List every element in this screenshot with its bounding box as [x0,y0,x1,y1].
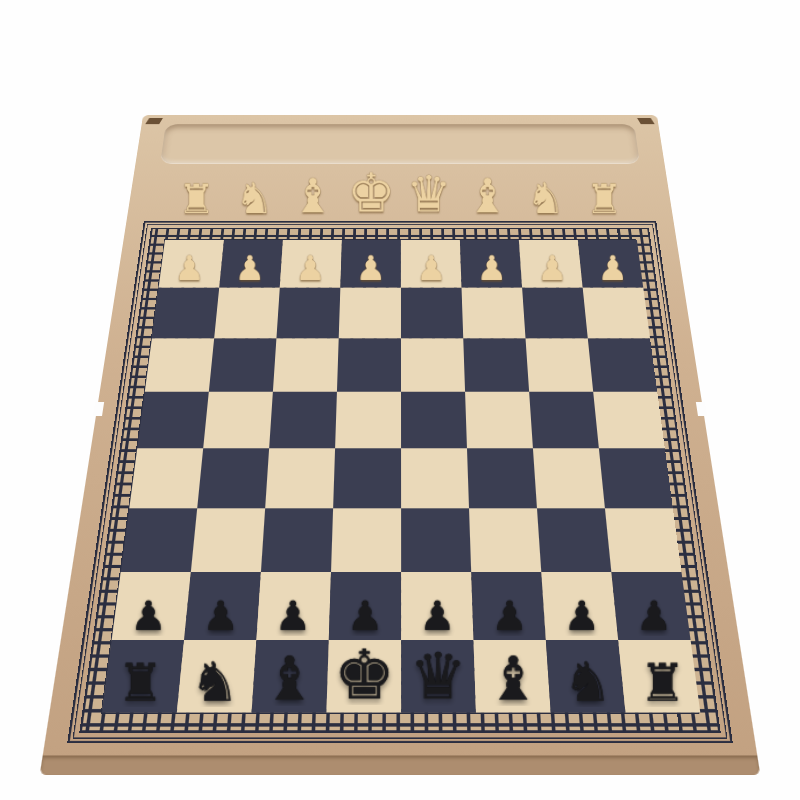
square-r3c6[interactable] [463,338,529,391]
margin-slot: ♞ [235,186,276,221]
chain-link-border: ♟♟♟♟♟♟♟♟♟♟♟♟♟♟♟♟♜♞♝♚♛♝♞♜ [79,228,720,733]
black-pawn[interactable]: ♟ [202,596,238,640]
piece-tray [160,124,640,163]
square-r6c3[interactable] [261,508,333,572]
square-r6c8[interactable] [605,508,682,572]
margin-slot: ♞ [524,186,565,221]
black-rook[interactable]: ♜ [117,657,164,713]
panel-corner-notch-left [145,118,163,124]
black-knight[interactable]: ♞ [563,654,612,712]
square-r4c2[interactable] [203,392,273,449]
square-r4c6[interactable] [465,392,533,449]
square-r7c6[interactable]: ♟ [471,572,546,640]
square-r2c6[interactable] [462,288,526,339]
panel-corner-notch-right [637,118,655,124]
photo-background: ♜♞♝♚♛♝♞♜ ♟♟♟♟♟♟♟♟♟♟♟♟♟♟♟♟♜♞♝♚♛♝♞♜ [0,0,800,800]
offboard-white-back-rank: ♜♞♝♚♛♝♞♜ [167,163,634,221]
square-r7c5[interactable]: ♟ [401,572,473,640]
black-rook[interactable]: ♜ [639,657,686,713]
square-r3c2[interactable] [209,338,277,391]
square-r1c3[interactable]: ♟ [280,240,342,288]
square-r3c1[interactable] [145,338,214,391]
square-r8c1[interactable]: ♜ [102,640,184,712]
margin-slot: ♝ [291,183,335,221]
square-r1c1[interactable]: ♟ [159,240,224,288]
square-r3c8[interactable] [588,338,657,391]
black-knight[interactable]: ♞ [190,654,239,712]
square-r8c2[interactable]: ♞ [177,640,257,712]
board-outer-pinstripe: ♟♟♟♟♟♟♟♟♟♟♟♟♟♟♟♟♜♞♝♚♛♝♞♜ [67,221,733,743]
white-pawn[interactable]: ♟ [476,252,507,289]
black-king[interactable]: ♚ [333,640,395,712]
square-r7c2[interactable]: ♟ [184,572,261,640]
square-r8c3[interactable]: ♝ [252,640,329,712]
white-knight[interactable]: ♞ [235,177,273,222]
white-king[interactable]: ♚ [347,166,395,222]
square-r2c7[interactable] [522,288,588,339]
margin-slot: ♛ [407,181,452,221]
margin-slot: ♜ [177,188,217,222]
white-pawn[interactable]: ♟ [416,252,447,289]
white-rook[interactable]: ♜ [178,178,215,222]
fold-notch-left [93,402,104,416]
square-r3c3[interactable] [273,338,339,391]
wooden-panel: ♜♞♝♚♛♝♞♜ ♟♟♟♟♟♟♟♟♟♟♟♟♟♟♟♟♜♞♝♚♛♝♞♜ [40,115,761,775]
square-r5c3[interactable] [265,448,335,508]
black-pawn[interactable]: ♟ [275,596,311,640]
white-pawn[interactable]: ♟ [234,252,265,289]
square-r4c3[interactable] [269,392,337,449]
square-r8c4[interactable]: ♚ [326,640,401,712]
black-bishop[interactable]: ♝ [486,648,540,712]
panel-bottom-edge [40,755,761,775]
black-pawn[interactable]: ♟ [491,596,527,640]
white-bishop[interactable]: ♝ [466,172,508,222]
square-r5c8[interactable] [599,448,673,508]
square-r5c5[interactable] [401,448,469,508]
square-r5c6[interactable] [467,448,537,508]
square-r1c5[interactable]: ♟ [401,240,462,288]
square-r6c6[interactable] [469,508,541,572]
margin-slot: ♜ [582,188,622,222]
square-r4c7[interactable] [529,392,599,449]
square-r4c8[interactable] [593,392,665,449]
square-r5c2[interactable] [197,448,269,508]
board-inner-pinstripe: ♟♟♟♟♟♟♟♟♟♟♟♟♟♟♟♟♜♞♝♚♛♝♞♜ [73,224,728,739]
square-r3c5[interactable] [401,338,465,391]
square-r5c7[interactable] [533,448,605,508]
white-queen[interactable]: ♛ [407,170,452,223]
square-r8c5[interactable]: ♛ [401,640,476,712]
square-r2c4[interactable] [339,288,401,339]
white-rook[interactable]: ♜ [585,178,622,222]
square-r6c7[interactable] [537,508,611,572]
white-bishop[interactable]: ♝ [291,172,333,222]
black-queen[interactable]: ♛ [410,645,467,713]
white-pawn[interactable]: ♟ [597,252,628,289]
square-r2c8[interactable] [583,288,650,339]
chessboard: ♟♟♟♟♟♟♟♟♟♟♟♟♟♟♟♟♜♞♝♚♛♝♞♜ [101,239,700,714]
square-r2c1[interactable] [152,288,219,339]
square-r7c1[interactable]: ♟ [112,572,191,640]
square-r5c4[interactable] [333,448,401,508]
square-r2c2[interactable] [214,288,280,339]
white-pawn[interactable]: ♟ [174,252,205,289]
margin-slot: ♝ [465,183,509,221]
black-pawn[interactable]: ♟ [130,596,166,640]
square-r6c4[interactable] [331,508,401,572]
square-r8c7[interactable]: ♞ [546,640,626,712]
black-pawn[interactable]: ♟ [563,596,599,640]
square-r7c7[interactable]: ♟ [541,572,618,640]
square-r4c4[interactable] [335,392,401,449]
black-pawn[interactable]: ♟ [419,596,455,640]
square-r1c7[interactable]: ♟ [519,240,583,288]
square-r5c1[interactable] [129,448,203,508]
white-pawn[interactable]: ♟ [537,252,568,289]
white-pawn[interactable]: ♟ [295,252,326,289]
square-r6c1[interactable] [121,508,197,572]
square-r7c8[interactable]: ♟ [611,572,690,640]
square-r3c7[interactable] [526,338,594,391]
white-pawn[interactable]: ♟ [355,252,386,289]
margin-slot: ♚ [347,178,395,221]
square-r1c4[interactable]: ♟ [340,240,401,288]
black-pawn[interactable]: ♟ [636,596,672,640]
square-r4c5[interactable] [401,392,467,449]
square-r7c4[interactable]: ♟ [329,572,401,640]
square-r1c2[interactable]: ♟ [219,240,283,288]
square-r8c6[interactable]: ♝ [473,640,550,712]
square-r2c5[interactable] [401,288,463,339]
square-r4c1[interactable] [137,392,209,449]
black-bishop[interactable]: ♝ [262,648,316,712]
square-r7c3[interactable]: ♟ [256,572,331,640]
fold-notch-right [696,402,707,416]
square-r8c8[interactable]: ♜ [618,640,700,712]
white-knight[interactable]: ♞ [526,177,564,222]
square-r6c2[interactable] [191,508,265,572]
square-r1c8[interactable]: ♟ [578,240,643,288]
square-r6c5[interactable] [401,508,471,572]
square-r2c3[interactable] [276,288,340,339]
square-r3c4[interactable] [337,338,401,391]
square-r1c6[interactable]: ♟ [460,240,522,288]
